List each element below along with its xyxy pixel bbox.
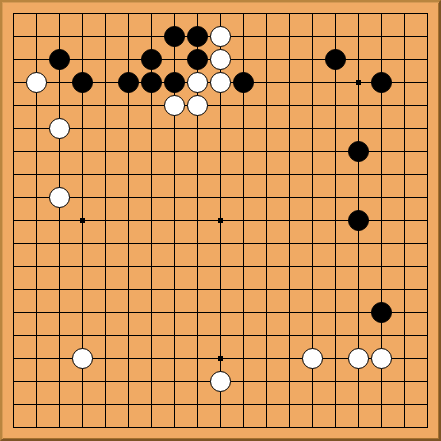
grid-line-v <box>36 232 37 255</box>
board-cell <box>2 278 25 301</box>
board-cell <box>347 25 370 48</box>
board-cell <box>301 347 324 370</box>
board-cell <box>25 94 48 117</box>
grid-line-v <box>312 163 313 186</box>
board-cell <box>393 209 416 232</box>
board-cell <box>416 255 439 278</box>
board-cell <box>186 370 209 393</box>
board-cell <box>140 25 163 48</box>
board-cell <box>232 278 255 301</box>
grid-line-h <box>13 312 25 313</box>
grid-line-v <box>404 25 405 48</box>
grid-line-v <box>266 186 267 209</box>
grid-line-v <box>82 232 83 255</box>
board-cell <box>232 347 255 370</box>
board-cell <box>71 186 94 209</box>
board-cell <box>324 370 347 393</box>
board-cell <box>370 2 393 25</box>
board-cell <box>347 255 370 278</box>
grid-line-v <box>335 301 336 324</box>
board-cell <box>278 301 301 324</box>
grid-line-v <box>36 186 37 209</box>
board-cell <box>186 140 209 163</box>
grid-line-v <box>36 163 37 186</box>
board-cell <box>209 48 232 71</box>
grid-line-v <box>266 301 267 324</box>
grid-line-v <box>197 13 198 25</box>
grid-line-v <box>13 347 14 370</box>
grid-line-v <box>381 370 382 393</box>
grid-line-v <box>358 71 359 94</box>
board-cell <box>209 278 232 301</box>
grid-line-v <box>289 163 290 186</box>
white-stone <box>371 348 392 369</box>
board-cell <box>416 94 439 117</box>
grid-line-v <box>243 232 244 255</box>
grid-line-v <box>289 13 290 25</box>
grid-line-v <box>151 416 152 428</box>
board-cell <box>232 117 255 140</box>
grid-line-v <box>13 255 14 278</box>
grid-line-v <box>427 301 428 324</box>
board-cell <box>209 393 232 416</box>
black-stone <box>233 72 254 93</box>
board-cell <box>25 301 48 324</box>
grid-line-v <box>59 13 60 25</box>
board-cell <box>186 416 209 439</box>
grid-line-v <box>404 48 405 71</box>
grid-line-v <box>59 71 60 94</box>
grid-line-v <box>220 347 221 370</box>
board-cell <box>301 140 324 163</box>
board-cell <box>71 140 94 163</box>
grid-line-v <box>243 278 244 301</box>
grid-line-v <box>335 117 336 140</box>
grid-line-v <box>82 278 83 301</box>
grid-line-v <box>266 117 267 140</box>
grid-line-v <box>59 140 60 163</box>
grid-line-v <box>358 117 359 140</box>
grid-line-v <box>427 255 428 278</box>
board-cell <box>71 301 94 324</box>
board-cell <box>140 71 163 94</box>
grid-line-v <box>13 232 14 255</box>
grid-line-v <box>427 48 428 71</box>
board-cell <box>2 416 25 439</box>
board-cell <box>278 186 301 209</box>
board-cell <box>301 255 324 278</box>
board-cell <box>232 71 255 94</box>
board-cell <box>324 94 347 117</box>
board-cell-star-point <box>209 71 232 94</box>
grid-line-v <box>381 163 382 186</box>
grid-line-v <box>128 13 129 25</box>
grid-line-v <box>13 278 14 301</box>
grid-line-h <box>13 427 25 428</box>
board-cell <box>416 232 439 255</box>
board-cell <box>393 117 416 140</box>
board-cell <box>370 209 393 232</box>
board-cell <box>71 278 94 301</box>
white-stone <box>210 72 231 93</box>
board-cell <box>416 324 439 347</box>
board-cell <box>347 232 370 255</box>
board-cell <box>416 25 439 48</box>
grid-line-v <box>174 416 175 428</box>
grid-line-v <box>128 347 129 370</box>
grid-line-v <box>197 140 198 163</box>
board-cell <box>140 94 163 117</box>
grid-line-v <box>220 301 221 324</box>
board-cell <box>117 209 140 232</box>
grid-line-v <box>59 393 60 416</box>
grid-line-v <box>289 232 290 255</box>
board-cell <box>71 255 94 278</box>
board-cell <box>347 416 370 439</box>
grid-line-v <box>105 71 106 94</box>
board-cell <box>370 186 393 209</box>
grid-line-v <box>174 232 175 255</box>
board-cell <box>186 186 209 209</box>
white-stone <box>164 95 185 116</box>
grid-line-v <box>197 416 198 428</box>
board-cell <box>48 117 71 140</box>
grid-line-v <box>36 25 37 48</box>
grid-line-v <box>243 393 244 416</box>
board-cell <box>209 232 232 255</box>
grid-line-v <box>335 25 336 48</box>
grid-line-v <box>36 278 37 301</box>
grid-line-v <box>404 140 405 163</box>
black-stone <box>371 72 392 93</box>
grid-line-v <box>36 255 37 278</box>
board-cell <box>324 278 347 301</box>
board-cell <box>209 370 232 393</box>
board-cell <box>370 94 393 117</box>
board-cell <box>71 117 94 140</box>
board-cell <box>163 278 186 301</box>
board-cell <box>255 186 278 209</box>
grid-line-v <box>404 255 405 278</box>
board-cell <box>347 163 370 186</box>
grid-line-v <box>404 71 405 94</box>
board-cell <box>71 163 94 186</box>
grid-line-v <box>13 324 14 347</box>
grid-line-v <box>404 163 405 186</box>
board-cell <box>186 48 209 71</box>
board-cell <box>324 347 347 370</box>
board-cell <box>2 117 25 140</box>
board-cell <box>232 48 255 71</box>
board-cell <box>416 416 439 439</box>
grid-line-v <box>266 278 267 301</box>
grid-line-v <box>174 209 175 232</box>
grid-line-v <box>266 347 267 370</box>
board-cell <box>232 186 255 209</box>
board-cell <box>255 278 278 301</box>
board-cell <box>25 232 48 255</box>
board-cell <box>163 71 186 94</box>
grid-line-v <box>36 301 37 324</box>
board-cell <box>278 324 301 347</box>
grid-line-v <box>243 117 244 140</box>
grid-line-v <box>266 94 267 117</box>
grid-line-v <box>312 25 313 48</box>
grid-line-v <box>13 94 14 117</box>
grid-line-v <box>358 163 359 186</box>
grid-line-v <box>105 255 106 278</box>
grid-line-h <box>13 59 25 60</box>
grid-line-v <box>427 13 428 25</box>
board-cell <box>140 278 163 301</box>
white-stone <box>187 72 208 93</box>
board-cell <box>301 2 324 25</box>
grid-line-v <box>404 370 405 393</box>
grid-line-v <box>151 117 152 140</box>
grid-line-v <box>82 186 83 209</box>
grid-line-v <box>13 209 14 232</box>
board-cell <box>48 25 71 48</box>
grid-line-v <box>289 393 290 416</box>
grid-line-h <box>209 220 232 221</box>
grid-line-v <box>220 140 221 163</box>
board-cell <box>393 25 416 48</box>
grid-line-v <box>128 48 129 71</box>
grid-line-v <box>289 324 290 347</box>
board-cell <box>370 48 393 71</box>
grid-line-v <box>312 278 313 301</box>
board-cell <box>140 301 163 324</box>
grid-line-v <box>220 393 221 416</box>
board-cell <box>393 347 416 370</box>
board-cell <box>416 370 439 393</box>
board-cell <box>278 393 301 416</box>
grid-line-v <box>312 140 313 163</box>
board-cell <box>25 140 48 163</box>
board-cell <box>232 2 255 25</box>
grid-line-v <box>266 393 267 416</box>
grid-line-h <box>13 82 25 83</box>
black-stone <box>118 72 139 93</box>
board-cell <box>393 301 416 324</box>
board-cell <box>232 163 255 186</box>
grid-line-v <box>312 48 313 71</box>
board-cell <box>25 255 48 278</box>
grid-line-v <box>266 71 267 94</box>
grid-line-v <box>266 140 267 163</box>
white-stone <box>49 118 70 139</box>
grid-line-v <box>335 209 336 232</box>
board-cell <box>48 255 71 278</box>
grid-line-v <box>243 186 244 209</box>
board-cell <box>255 2 278 25</box>
board-cell <box>163 94 186 117</box>
board-cell <box>94 370 117 393</box>
grid-line-v <box>197 186 198 209</box>
grid-line-v <box>312 71 313 94</box>
board-cell <box>301 232 324 255</box>
board-cell <box>25 347 48 370</box>
grid-line-h <box>13 105 25 106</box>
grid-line-v <box>335 186 336 209</box>
grid-line-v <box>36 393 37 416</box>
grid-line-v <box>151 324 152 347</box>
grid-line-v <box>13 13 14 25</box>
board-cell <box>140 370 163 393</box>
board-cell <box>140 140 163 163</box>
grid-line-v <box>151 393 152 416</box>
board-cell <box>324 393 347 416</box>
grid-line-v <box>358 370 359 393</box>
board-cell <box>48 393 71 416</box>
board-cell <box>370 25 393 48</box>
grid-line-v <box>220 94 221 117</box>
grid-line-v <box>243 301 244 324</box>
board-cell <box>393 2 416 25</box>
grid-line-v <box>266 370 267 393</box>
board-cell <box>393 278 416 301</box>
board-cell-star-point <box>71 71 94 94</box>
board-cell <box>48 232 71 255</box>
grid-line-v <box>82 209 83 232</box>
board-cell <box>48 140 71 163</box>
grid-line-v <box>427 71 428 94</box>
grid-line-v <box>243 255 244 278</box>
grid-line-v <box>151 255 152 278</box>
grid-line-v <box>82 393 83 416</box>
grid-line-v <box>243 370 244 393</box>
board-cell <box>278 117 301 140</box>
board-cell <box>94 71 117 94</box>
board-cell <box>324 163 347 186</box>
board-cell <box>209 25 232 48</box>
board-cell <box>94 347 117 370</box>
board-cell <box>25 209 48 232</box>
board-cell <box>25 278 48 301</box>
board-cell <box>393 232 416 255</box>
grid-line-v <box>266 209 267 232</box>
board-cell <box>209 140 232 163</box>
board-cell <box>416 163 439 186</box>
board-cell <box>301 278 324 301</box>
grid-line-v <box>105 232 106 255</box>
grid-line-v <box>105 324 106 347</box>
board-cell <box>232 255 255 278</box>
white-stone <box>210 371 231 392</box>
board-cell <box>370 370 393 393</box>
black-stone <box>187 26 208 47</box>
board-cell <box>324 255 347 278</box>
board-cell <box>278 232 301 255</box>
board-cell <box>209 186 232 209</box>
grid-line-v <box>36 347 37 370</box>
grid-line-v <box>128 94 129 117</box>
grid-line-v <box>335 347 336 370</box>
grid-line-v <box>128 255 129 278</box>
grid-line-v <box>312 13 313 25</box>
grid-line-v <box>197 347 198 370</box>
grid-line-v <box>243 347 244 370</box>
grid-line-v <box>289 370 290 393</box>
board-cell <box>278 2 301 25</box>
board-cell <box>301 370 324 393</box>
board-cell <box>140 232 163 255</box>
board-cell <box>163 324 186 347</box>
grid-line-v <box>289 25 290 48</box>
board-cell <box>347 370 370 393</box>
grid-line-v <box>174 255 175 278</box>
grid-line-v <box>427 140 428 163</box>
grid-line-v <box>289 347 290 370</box>
grid-line-v <box>381 416 382 428</box>
board-cell <box>232 370 255 393</box>
board-cell <box>71 2 94 25</box>
board-cell <box>117 370 140 393</box>
board-cell <box>2 48 25 71</box>
grid-line-v <box>427 94 428 117</box>
board-cell <box>48 94 71 117</box>
grid-line-v <box>404 416 405 428</box>
grid-line-v <box>266 48 267 71</box>
black-stone <box>325 49 346 70</box>
board-cell <box>278 347 301 370</box>
grid-line-h <box>209 358 232 359</box>
grid-line-v <box>358 25 359 48</box>
board-cell <box>117 71 140 94</box>
board-cell <box>324 71 347 94</box>
board-cell-star-point <box>347 209 370 232</box>
board-cell <box>324 117 347 140</box>
grid-line-v <box>266 324 267 347</box>
grid-line-v <box>82 94 83 117</box>
board-cell <box>370 232 393 255</box>
board-cell <box>94 393 117 416</box>
grid-line-v <box>358 278 359 301</box>
board-cell <box>163 48 186 71</box>
grid-line-v <box>105 117 106 140</box>
grid-line-v <box>128 117 129 140</box>
grid-line-v <box>105 163 106 186</box>
grid-line-v <box>59 25 60 48</box>
grid-line-v <box>312 416 313 428</box>
board-cell <box>2 186 25 209</box>
board-cell <box>301 416 324 439</box>
board-cell <box>347 393 370 416</box>
board-cell <box>25 25 48 48</box>
grid-line-h <box>71 220 94 221</box>
grid-line-v <box>59 232 60 255</box>
grid-line-v <box>151 94 152 117</box>
board-cell <box>209 163 232 186</box>
grid-line-v <box>266 25 267 48</box>
board-cell <box>255 209 278 232</box>
board-cell <box>255 94 278 117</box>
board-cell <box>301 48 324 71</box>
white-stone <box>210 49 231 70</box>
grid-line-v <box>128 163 129 186</box>
board-cell <box>2 2 25 25</box>
grid-line-v <box>312 209 313 232</box>
grid-line-v <box>13 48 14 71</box>
grid-line-v <box>381 25 382 48</box>
grid-line-v <box>174 48 175 71</box>
grid-line-v <box>105 94 106 117</box>
go-grid <box>2 2 439 439</box>
board-cell <box>117 324 140 347</box>
grid-line-v <box>427 278 428 301</box>
board-cell <box>232 393 255 416</box>
board-cell <box>324 140 347 163</box>
